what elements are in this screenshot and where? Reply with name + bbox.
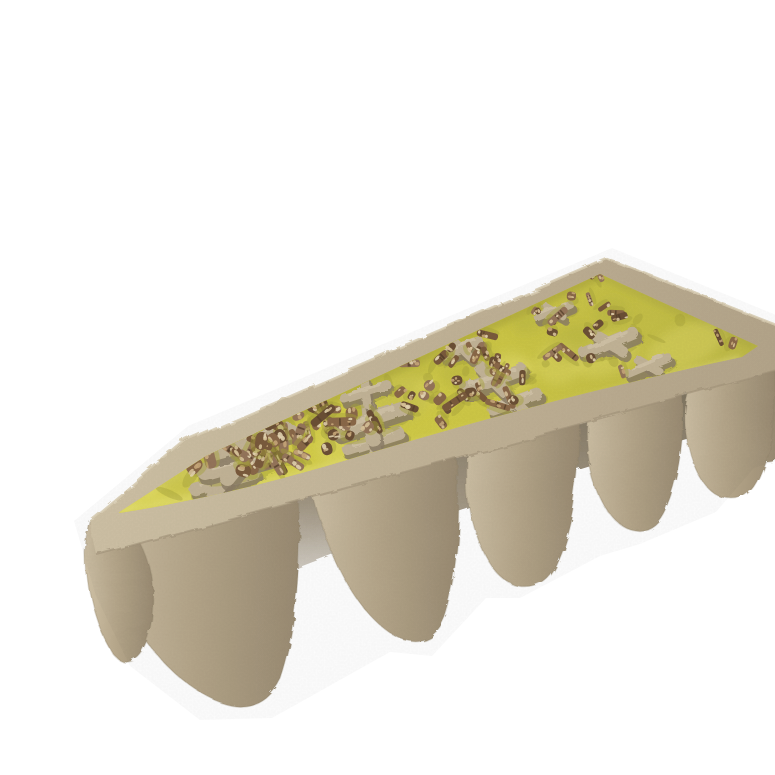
scene-svg [40, 16, 775, 775]
product-photo: Molded paper-pulp 10-cell tray (2 rows x… [40, 16, 775, 775]
